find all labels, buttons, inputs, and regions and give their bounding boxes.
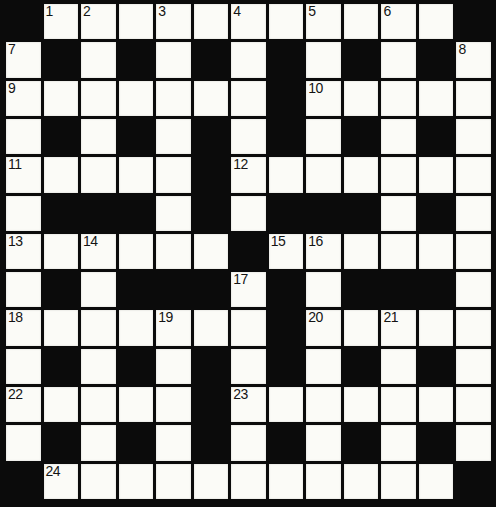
black-cell <box>306 196 341 231</box>
white-cell[interactable] <box>81 157 116 192</box>
white-cell[interactable] <box>419 464 454 499</box>
black-cell <box>419 272 454 307</box>
white-cell[interactable] <box>81 119 116 154</box>
black-cell <box>344 42 379 77</box>
black-cell <box>194 157 229 192</box>
white-cell[interactable] <box>44 157 79 192</box>
clue-number: 8 <box>458 42 465 57</box>
white-cell[interactable]: 18 <box>6 310 41 345</box>
white-cell[interactable] <box>156 234 191 269</box>
white-cell[interactable] <box>156 387 191 422</box>
black-cell <box>419 42 454 77</box>
black-cell <box>269 81 304 116</box>
white-cell[interactable] <box>456 234 491 269</box>
clue-number: 11 <box>8 157 22 172</box>
clue-number: 24 <box>46 464 61 479</box>
white-cell[interactable] <box>269 387 304 422</box>
white-cell[interactable]: 20 <box>306 310 341 345</box>
white-cell[interactable] <box>44 387 79 422</box>
black-cell <box>194 196 229 231</box>
white-cell[interactable] <box>344 310 379 345</box>
white-cell[interactable]: 10 <box>306 81 341 116</box>
white-cell[interactable] <box>381 425 416 460</box>
white-cell[interactable] <box>231 349 266 384</box>
black-cell <box>194 349 229 384</box>
white-cell[interactable] <box>306 425 341 460</box>
white-cell[interactable] <box>381 349 416 384</box>
black-cell <box>269 310 304 345</box>
black-cell <box>381 272 416 307</box>
black-cell <box>119 425 154 460</box>
white-cell[interactable] <box>456 387 491 422</box>
white-cell[interactable] <box>119 4 154 39</box>
white-cell[interactable]: 15 <box>269 234 304 269</box>
white-cell[interactable] <box>81 81 116 116</box>
clue-number: 9 <box>8 81 15 96</box>
clue-number: 12 <box>233 157 248 172</box>
white-cell[interactable] <box>344 464 379 499</box>
white-cell[interactable] <box>156 425 191 460</box>
black-cell <box>119 42 154 77</box>
black-cell <box>194 119 229 154</box>
black-cell <box>269 272 304 307</box>
black-cell <box>6 464 41 499</box>
clue-number: 1 <box>46 4 53 19</box>
black-cell <box>119 119 154 154</box>
black-cell <box>194 387 229 422</box>
white-cell[interactable] <box>306 387 341 422</box>
white-cell[interactable] <box>81 272 116 307</box>
white-cell[interactable]: 14 <box>81 234 116 269</box>
white-cell[interactable] <box>231 464 266 499</box>
white-cell[interactable] <box>231 425 266 460</box>
black-cell <box>344 196 379 231</box>
white-cell[interactable] <box>419 387 454 422</box>
white-cell[interactable] <box>6 349 41 384</box>
black-cell <box>269 349 304 384</box>
white-cell[interactable] <box>44 310 79 345</box>
clue-number: 10 <box>308 81 323 96</box>
white-cell[interactable] <box>456 349 491 384</box>
white-cell[interactable] <box>194 234 229 269</box>
white-cell[interactable] <box>231 310 266 345</box>
black-cell <box>419 349 454 384</box>
white-cell[interactable] <box>306 349 341 384</box>
white-cell[interactable] <box>231 119 266 154</box>
white-cell[interactable] <box>194 4 229 39</box>
white-cell[interactable] <box>81 42 116 77</box>
black-cell <box>456 464 491 499</box>
black-cell <box>269 42 304 77</box>
white-cell[interactable] <box>456 196 491 231</box>
black-cell <box>456 4 491 39</box>
white-cell[interactable] <box>344 4 379 39</box>
crossword-page: 123456789101112131415161718192021222324 <box>0 0 496 507</box>
white-cell[interactable] <box>269 157 304 192</box>
white-cell[interactable] <box>119 157 154 192</box>
white-cell[interactable]: 11 <box>6 157 41 192</box>
black-cell <box>194 42 229 77</box>
black-cell <box>119 196 154 231</box>
white-cell[interactable]: 8 <box>456 42 491 77</box>
black-cell <box>81 196 116 231</box>
white-cell[interactable] <box>231 81 266 116</box>
white-cell[interactable] <box>344 157 379 192</box>
white-cell[interactable] <box>44 234 79 269</box>
white-cell[interactable] <box>81 310 116 345</box>
crossword-grid: 123456789101112131415161718192021222324 <box>0 0 496 507</box>
white-cell[interactable] <box>344 81 379 116</box>
white-cell[interactable] <box>306 119 341 154</box>
white-cell[interactable] <box>306 464 341 499</box>
white-cell[interactable] <box>6 272 41 307</box>
black-cell <box>44 349 79 384</box>
white-cell[interactable] <box>419 81 454 116</box>
clue-number: 20 <box>308 310 323 325</box>
clue-number: 6 <box>383 4 390 19</box>
white-cell[interactable]: 22 <box>6 387 41 422</box>
black-cell <box>119 272 154 307</box>
white-cell[interactable] <box>156 119 191 154</box>
white-cell[interactable] <box>6 119 41 154</box>
white-cell[interactable] <box>456 81 491 116</box>
clue-number: 18 <box>8 310 23 325</box>
white-cell[interactable] <box>156 157 191 192</box>
black-cell <box>344 272 379 307</box>
black-cell <box>194 272 229 307</box>
clue-number: 14 <box>83 234 98 249</box>
black-cell <box>44 425 79 460</box>
clue-number: 21 <box>383 310 398 325</box>
white-cell[interactable] <box>119 234 154 269</box>
black-cell <box>44 119 79 154</box>
black-cell <box>419 196 454 231</box>
white-cell[interactable] <box>381 196 416 231</box>
white-cell[interactable]: 5 <box>306 4 341 39</box>
clue-number: 23 <box>233 387 248 402</box>
white-cell[interactable] <box>306 272 341 307</box>
clue-number: 2 <box>83 4 90 19</box>
black-cell <box>269 196 304 231</box>
black-cell <box>6 4 41 39</box>
white-cell[interactable] <box>6 425 41 460</box>
clue-number: 22 <box>8 387 23 402</box>
white-cell[interactable] <box>269 464 304 499</box>
clue-number: 17 <box>233 272 248 287</box>
clue-number: 4 <box>233 4 240 19</box>
white-cell[interactable] <box>381 234 416 269</box>
black-cell <box>44 42 79 77</box>
black-cell <box>156 272 191 307</box>
white-cell[interactable] <box>381 81 416 116</box>
white-cell[interactable] <box>456 157 491 192</box>
white-cell[interactable] <box>344 387 379 422</box>
white-cell[interactable] <box>156 81 191 116</box>
white-cell[interactable]: 7 <box>6 42 41 77</box>
white-cell[interactable] <box>81 387 116 422</box>
white-cell[interactable] <box>156 349 191 384</box>
black-cell <box>419 425 454 460</box>
white-cell[interactable]: 19 <box>156 310 191 345</box>
clue-number: 3 <box>158 4 165 19</box>
white-cell[interactable] <box>419 310 454 345</box>
white-cell[interactable] <box>81 349 116 384</box>
clue-number: 5 <box>308 4 315 19</box>
white-cell[interactable] <box>306 157 341 192</box>
white-cell[interactable]: 21 <box>381 310 416 345</box>
black-cell <box>344 425 379 460</box>
white-cell[interactable]: 2 <box>81 4 116 39</box>
white-cell[interactable] <box>456 272 491 307</box>
white-cell[interactable] <box>194 310 229 345</box>
white-cell[interactable] <box>344 234 379 269</box>
black-cell <box>231 234 266 269</box>
black-cell <box>269 119 304 154</box>
white-cell[interactable] <box>381 387 416 422</box>
white-cell[interactable] <box>119 464 154 499</box>
black-cell <box>344 119 379 154</box>
white-cell[interactable] <box>419 234 454 269</box>
white-cell[interactable]: 3 <box>156 4 191 39</box>
white-cell[interactable] <box>6 196 41 231</box>
black-cell <box>344 349 379 384</box>
white-cell[interactable] <box>156 196 191 231</box>
white-cell[interactable]: 9 <box>6 81 41 116</box>
white-cell[interactable]: 24 <box>44 464 79 499</box>
black-cell <box>44 196 79 231</box>
white-cell[interactable]: 4 <box>231 4 266 39</box>
white-cell[interactable] <box>381 119 416 154</box>
white-cell[interactable]: 23 <box>231 387 266 422</box>
clue-number: 16 <box>308 234 323 249</box>
white-cell[interactable]: 12 <box>231 157 266 192</box>
white-cell[interactable] <box>381 464 416 499</box>
white-cell[interactable]: 1 <box>44 4 79 39</box>
white-cell[interactable] <box>119 310 154 345</box>
white-cell[interactable] <box>419 4 454 39</box>
white-cell[interactable] <box>194 464 229 499</box>
white-cell[interactable] <box>119 81 154 116</box>
black-cell <box>119 349 154 384</box>
black-cell <box>194 425 229 460</box>
white-cell[interactable] <box>44 81 79 116</box>
white-cell[interactable] <box>269 4 304 39</box>
clue-number: 13 <box>8 234 23 249</box>
white-cell[interactable]: 16 <box>306 234 341 269</box>
white-cell[interactable] <box>306 42 341 77</box>
clue-number: 19 <box>158 310 173 325</box>
white-cell[interactable]: 17 <box>231 272 266 307</box>
white-cell[interactable]: 6 <box>381 4 416 39</box>
white-cell[interactable] <box>194 81 229 116</box>
white-cell[interactable] <box>119 387 154 422</box>
white-cell[interactable] <box>156 464 191 499</box>
white-cell[interactable] <box>231 196 266 231</box>
black-cell <box>44 272 79 307</box>
white-cell[interactable] <box>456 310 491 345</box>
white-cell[interactable] <box>419 157 454 192</box>
clue-number: 7 <box>8 42 15 57</box>
white-cell[interactable] <box>81 425 116 460</box>
white-cell[interactable] <box>456 119 491 154</box>
clue-number: 15 <box>271 234 286 249</box>
white-cell[interactable] <box>381 157 416 192</box>
white-cell[interactable] <box>381 42 416 77</box>
white-cell[interactable] <box>231 42 266 77</box>
black-cell <box>269 425 304 460</box>
white-cell[interactable] <box>81 464 116 499</box>
black-cell <box>419 119 454 154</box>
white-cell[interactable]: 13 <box>6 234 41 269</box>
white-cell[interactable] <box>456 425 491 460</box>
white-cell[interactable] <box>156 42 191 77</box>
